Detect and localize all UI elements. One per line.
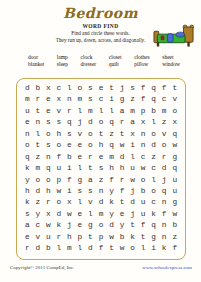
grid-cell[interactable]: h: [64, 232, 75, 243]
grid-cell[interactable]: l: [75, 106, 86, 117]
grid-cell[interactable]: y: [117, 221, 128, 232]
grid-cell[interactable]: v: [33, 232, 44, 243]
grid-cell[interactable]: b: [138, 186, 149, 197]
grid-cell[interactable]: f: [117, 186, 128, 197]
grid-cell[interactable]: q: [22, 152, 33, 163]
grid-cell[interactable]: s: [85, 83, 96, 94]
grid-cell[interactable]: p: [138, 106, 149, 117]
grid-cell[interactable]: o: [148, 186, 159, 197]
grid-cell[interactable]: d: [85, 244, 96, 255]
grid-cell[interactable]: i: [127, 140, 138, 151]
grid-cell[interactable]: k: [106, 198, 117, 209]
grid-cell[interactable]: p: [54, 175, 65, 186]
grid-cell[interactable]: o: [75, 83, 86, 94]
grid-cell[interactable]: s: [85, 94, 96, 105]
grid-cell[interactable]: t: [33, 106, 44, 117]
grid-cell[interactable]: l: [96, 106, 107, 117]
grid-cell[interactable]: x: [169, 117, 180, 128]
grid-cell[interactable]: i: [64, 163, 75, 174]
grid-cell[interactable]: l: [85, 209, 96, 220]
grid-cell[interactable]: m: [159, 106, 170, 117]
grid-cell[interactable]: z: [159, 117, 170, 128]
grid-cell[interactable]: o: [138, 175, 149, 186]
word-column: closetquilt: [109, 54, 122, 68]
grid-cell[interactable]: n: [159, 232, 170, 243]
grid-cell[interactable]: u: [138, 209, 149, 220]
grid-cell[interactable]: f: [106, 175, 117, 186]
grid-cell[interactable]: u: [22, 106, 33, 117]
grid-cell[interactable]: c: [54, 83, 65, 94]
grid-cell[interactable]: e: [43, 106, 54, 117]
grid-cell[interactable]: o: [85, 129, 96, 140]
grid-cell[interactable]: g: [85, 221, 96, 232]
grid-cell[interactable]: v: [54, 106, 65, 117]
word-list: doorblanketlampsleepclockdresserclosetqu…: [28, 54, 180, 68]
grid-cell[interactable]: e: [96, 152, 107, 163]
grid-cell[interactable]: i: [148, 244, 159, 255]
grid-cell[interactable]: q: [106, 117, 117, 128]
grid-cell[interactable]: a: [127, 117, 138, 128]
grid-cell[interactable]: q: [64, 117, 75, 128]
grid-cell[interactable]: h: [96, 140, 107, 151]
grid-cell[interactable]: b: [33, 83, 44, 94]
grid-cell[interactable]: c: [148, 163, 159, 174]
grid-cell[interactable]: d: [96, 198, 107, 209]
grid-cell[interactable]: o: [159, 140, 170, 151]
grid-cell[interactable]: k: [127, 232, 138, 243]
grid-cell[interactable]: m: [64, 244, 75, 255]
grid-cell[interactable]: c: [96, 94, 107, 105]
grid-cell[interactable]: v: [159, 129, 170, 140]
grid-cell[interactable]: w: [64, 209, 75, 220]
grid-cell[interactable]: z: [148, 152, 159, 163]
grid-cell[interactable]: e: [75, 140, 86, 151]
grid-cell[interactable]: v: [85, 198, 96, 209]
grid-cell[interactable]: d: [148, 140, 159, 151]
grid-cell[interactable]: y: [106, 186, 117, 197]
grid-cell[interactable]: d: [127, 198, 138, 209]
grid-cell[interactable]: x: [138, 117, 149, 128]
grid-cell[interactable]: k: [148, 209, 159, 220]
grid-cell[interactable]: m: [75, 94, 86, 105]
word-item: dresser: [81, 61, 97, 68]
grid-cell[interactable]: t: [96, 129, 107, 140]
grid-cell[interactable]: g: [169, 198, 180, 209]
grid-cell[interactable]: u: [54, 163, 65, 174]
grid-cell[interactable]: e: [96, 83, 107, 94]
grid-cell[interactable]: l: [75, 244, 86, 255]
grid-cell[interactable]: u: [138, 198, 149, 209]
grid-cell[interactable]: q: [169, 163, 180, 174]
grid-cell[interactable]: o: [43, 175, 54, 186]
grid-cell[interactable]: b: [43, 244, 54, 255]
grid-cell[interactable]: e: [75, 152, 86, 163]
grid-cell[interactable]: o: [148, 129, 159, 140]
grid-cell[interactable]: s: [75, 186, 86, 197]
grid-cell[interactable]: f: [138, 83, 149, 94]
grid-cell[interactable]: m: [33, 163, 44, 174]
word-column: clothespillow: [134, 54, 150, 68]
grid-cell[interactable]: t: [85, 163, 96, 174]
grid-cell[interactable]: n: [43, 152, 54, 163]
grid-cell[interactable]: w: [169, 140, 180, 151]
word-item: pillow: [134, 61, 150, 68]
grid-cell[interactable]: r: [33, 94, 44, 105]
grid-cell[interactable]: t: [169, 83, 180, 94]
grid-cell[interactable]: u: [169, 175, 180, 186]
word-item: blanket: [28, 61, 44, 68]
grid-cell[interactable]: r: [43, 198, 54, 209]
grid-cell[interactable]: r: [159, 152, 170, 163]
grid-cell[interactable]: w: [117, 140, 128, 151]
grid-cell[interactable]: q: [148, 94, 159, 105]
grid-cell[interactable]: g: [117, 94, 128, 105]
grid-cell[interactable]: s: [54, 117, 65, 128]
grid-cell[interactable]: h: [43, 186, 54, 197]
grid-cell[interactable]: d: [117, 152, 128, 163]
grid-cell[interactable]: j: [127, 186, 138, 197]
grid-cell[interactable]: d: [54, 209, 65, 220]
grid-cell[interactable]: z: [127, 94, 138, 105]
grid-cell[interactable]: g: [169, 152, 180, 163]
grid-cell[interactable]: f: [96, 244, 107, 255]
grid-cell[interactable]: r: [22, 244, 33, 255]
grid-cell[interactable]: t: [117, 198, 128, 209]
grid-cell[interactable]: r: [64, 106, 75, 117]
grid-cell[interactable]: f: [54, 152, 65, 163]
grid-cell[interactable]: t: [106, 244, 117, 255]
grid-cell[interactable]: h: [54, 129, 65, 140]
grid-cell[interactable]: f: [169, 244, 180, 255]
grid-cell[interactable]: f: [64, 175, 75, 186]
grid-cell[interactable]: l: [75, 163, 86, 174]
grid-cell[interactable]: o: [169, 106, 180, 117]
grid-cell[interactable]: n: [159, 221, 170, 232]
word-item: sleep: [57, 61, 68, 68]
grid-cell[interactable]: v: [75, 129, 86, 140]
grid-cell[interactable]: o: [43, 129, 54, 140]
grid-cell[interactable]: c: [138, 152, 149, 163]
grid-cell[interactable]: l: [33, 129, 44, 140]
word-item: clock: [81, 54, 97, 61]
word-item: window: [162, 61, 180, 68]
grid-cell[interactable]: o: [22, 140, 33, 151]
grid-cell[interactable]: h: [22, 186, 33, 197]
grid-cell[interactable]: d: [22, 83, 33, 94]
grid-cell[interactable]: r: [54, 232, 65, 243]
grid-cell[interactable]: f: [159, 83, 170, 94]
grid-cell[interactable]: y: [33, 209, 44, 220]
grid-cell[interactable]: q: [148, 83, 159, 94]
grid-cell[interactable]: e: [22, 117, 33, 128]
grid-cell[interactable]: o: [96, 117, 107, 128]
grid-cell[interactable]: z: [106, 129, 117, 140]
grid-cell[interactable]: e: [64, 140, 75, 151]
grid-cell[interactable]: h: [117, 163, 128, 174]
grid-cell[interactable]: n: [33, 117, 44, 128]
grid-cell[interactable]: h: [106, 163, 117, 174]
footer: Copyright© 2011 CompEd, Inc. www.schoole…: [10, 265, 192, 270]
grid-cell[interactable]: t: [138, 232, 149, 243]
grid-cell[interactable]: p: [75, 232, 86, 243]
grid-cell[interactable]: o: [96, 221, 107, 232]
grid-cell[interactable]: n: [22, 129, 33, 140]
grid-cell[interactable]: e: [43, 94, 54, 105]
grid-cell[interactable]: a: [22, 221, 33, 232]
grid-cell[interactable]: m: [127, 106, 138, 117]
grid-cell[interactable]: o: [54, 140, 65, 151]
grid-cell[interactable]: l: [75, 198, 86, 209]
grid-cell[interactable]: f: [159, 209, 170, 220]
grid-cell[interactable]: i: [64, 186, 75, 197]
grid-cell[interactable]: a: [117, 106, 128, 117]
grid-cell[interactable]: s: [127, 83, 138, 94]
grid-cell[interactable]: q: [106, 140, 117, 151]
grid-cell[interactable]: b: [117, 232, 128, 243]
grid-cell[interactable]: x: [127, 129, 138, 140]
grid-cell[interactable]: m: [106, 152, 117, 163]
grid-cell[interactable]: b: [148, 106, 159, 117]
word-grid: dbxclosetjsfqftmrexnmscigzfqcvutevrlmlla…: [16, 78, 186, 260]
grid-cell[interactable]: k: [159, 244, 170, 255]
copyright-text: Copyright© 2011 CompEd, Inc.: [10, 265, 74, 270]
word-column: clockdresser: [81, 54, 97, 68]
word-item: quilt: [109, 61, 122, 68]
grid-cell[interactable]: x: [43, 83, 54, 94]
grid-cell[interactable]: r: [117, 175, 128, 186]
grid-cell[interactable]: o: [85, 140, 96, 151]
grid-cell[interactable]: s: [85, 186, 96, 197]
grid-cell[interactable]: s: [43, 140, 54, 151]
grid-cell[interactable]: w: [138, 163, 149, 174]
grid-cell[interactable]: u: [127, 163, 138, 174]
grid-cell[interactable]: e: [75, 209, 86, 220]
grid-cell[interactable]: o: [127, 244, 138, 255]
grid-cell[interactable]: t: [106, 83, 117, 94]
grid-cell[interactable]: c: [159, 94, 170, 105]
grid-cell[interactable]: q: [148, 221, 159, 232]
grid-cell[interactable]: s: [64, 129, 75, 140]
grid-cell[interactable]: s: [96, 163, 107, 174]
grid-cell[interactable]: k: [54, 221, 65, 232]
grid-cell[interactable]: c: [148, 198, 159, 209]
grid-cell[interactable]: e: [117, 209, 128, 220]
grid-cell[interactable]: n: [138, 140, 149, 151]
grid-cell[interactable]: q: [169, 129, 180, 140]
grid-cell[interactable]: j: [159, 175, 170, 186]
grid-cell[interactable]: x: [64, 198, 75, 209]
grid-cell[interactable]: t: [85, 232, 96, 243]
grid-cell[interactable]: m: [22, 94, 33, 105]
word-item: door: [28, 54, 44, 61]
grid-cell[interactable]: l: [148, 175, 159, 186]
word-column: sheetwindow: [162, 54, 180, 68]
grid-cell[interactable]: c: [33, 221, 44, 232]
grid-cell[interactable]: l: [106, 106, 117, 117]
word-item: closet: [109, 54, 122, 61]
grid-cell[interactable]: e: [22, 232, 33, 243]
grid-cell[interactable]: s: [22, 209, 33, 220]
grid-cell[interactable]: d: [85, 117, 96, 128]
grid-cell[interactable]: e: [75, 221, 86, 232]
grid-cell[interactable]: q: [159, 186, 170, 197]
grid-cell[interactable]: o: [54, 198, 65, 209]
page-title: Bedroom: [0, 5, 201, 21]
grid-cell[interactable]: w: [127, 175, 138, 186]
grid-cell[interactable]: t: [117, 129, 128, 140]
grid-cell[interactable]: w: [106, 232, 117, 243]
grid-cell[interactable]: d: [106, 221, 117, 232]
grid-cell[interactable]: x: [54, 94, 65, 105]
grid-cell[interactable]: q: [43, 163, 54, 174]
grid-cell[interactable]: t: [33, 140, 44, 151]
grid-cell[interactable]: k: [22, 198, 33, 209]
grid-cell[interactable]: r: [117, 117, 128, 128]
grid-cell[interactable]: d: [33, 186, 44, 197]
grid-cell[interactable]: z: [169, 232, 180, 243]
grid-cell[interactable]: o: [33, 175, 44, 186]
grid-cell[interactable]: n: [64, 94, 75, 105]
grid-cell[interactable]: j: [75, 117, 86, 128]
word-column: lampsleep: [57, 54, 68, 68]
grid-cell[interactable]: d: [159, 163, 170, 174]
grid-cell[interactable]: w: [169, 209, 180, 220]
bed-icon: [153, 22, 195, 52]
grid-cell[interactable]: d: [33, 244, 44, 255]
grid-cell[interactable]: b: [64, 152, 75, 163]
grid-cell[interactable]: v: [169, 94, 180, 105]
grid-cell[interactable]: f: [138, 94, 149, 105]
word-item: sheet: [162, 54, 180, 61]
grid-cell[interactable]: w: [117, 244, 128, 255]
word-column: doorblanket: [28, 54, 44, 68]
website-link[interactable]: www.schoolexpress.com: [142, 265, 192, 270]
grid-cell[interactable]: g: [148, 232, 159, 243]
grid-cell[interactable]: j: [117, 83, 128, 94]
grid-cell[interactable]: s: [43, 117, 54, 128]
grid-cell[interactable]: f: [138, 221, 149, 232]
grid-cell[interactable]: z: [33, 152, 44, 163]
grid-cell[interactable]: i: [106, 94, 117, 105]
grid-cell[interactable]: l: [127, 152, 138, 163]
grid-cell[interactable]: m: [85, 106, 96, 117]
grid-cell[interactable]: g: [75, 175, 86, 186]
grid-cell[interactable]: z: [96, 175, 107, 186]
grid-cell[interactable]: p: [96, 232, 107, 243]
grid-cell[interactable]: w: [54, 186, 65, 197]
grid-cell[interactable]: t: [127, 221, 138, 232]
grid-cell[interactable]: x: [43, 209, 54, 220]
word-item: lamp: [57, 54, 68, 61]
grid-cell[interactable]: l: [54, 244, 65, 255]
grid-cell[interactable]: a: [85, 175, 96, 186]
grid-cell[interactable]: n: [159, 198, 170, 209]
grid-cell[interactable]: l: [64, 83, 75, 94]
grid-cell[interactable]: m: [96, 209, 107, 220]
word-item: clothes: [134, 54, 150, 61]
grid-cell[interactable]: y: [22, 175, 33, 186]
grid-cell[interactable]: u: [43, 232, 54, 243]
grid-cell[interactable]: k: [22, 163, 33, 174]
grid-cell[interactable]: b: [169, 221, 180, 232]
grid-cell[interactable]: j: [64, 221, 75, 232]
grid-cell[interactable]: l: [148, 117, 159, 128]
grid-cell[interactable]: j: [127, 209, 138, 220]
grid-cell[interactable]: r: [85, 152, 96, 163]
grid-cell[interactable]: w: [43, 221, 54, 232]
grid-cell[interactable]: z: [33, 198, 44, 209]
grid-cell[interactable]: n: [138, 129, 149, 140]
grid-cell[interactable]: n: [96, 186, 107, 197]
grid-cell[interactable]: y: [106, 209, 117, 220]
grid-cell[interactable]: l: [138, 244, 149, 255]
grid-cell[interactable]: u: [169, 186, 180, 197]
